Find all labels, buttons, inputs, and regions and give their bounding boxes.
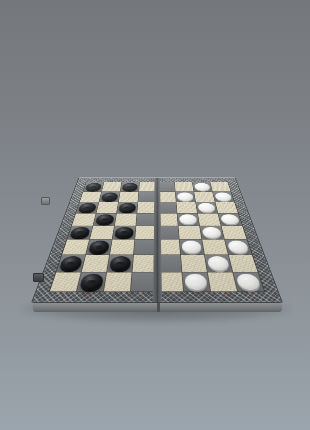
black-checker-a6: ⛂ (78, 203, 97, 212)
square-g7 (194, 192, 214, 202)
square-h6 (216, 202, 238, 213)
square-h7: ⛀ (213, 192, 234, 202)
square-h8 (210, 182, 230, 191)
square-c5 (115, 213, 137, 225)
square-b2 (82, 255, 109, 272)
square-a2: ⛂ (56, 255, 85, 272)
square-f6 (177, 202, 198, 213)
square-c8: ⛂ (120, 182, 139, 191)
square-b4 (90, 226, 114, 239)
square-c2: ⛂ (107, 255, 133, 272)
white-checker-h1: ⛀ (236, 274, 262, 290)
square-h1: ⛀ (233, 273, 264, 292)
white-checker-f3: ⛀ (182, 241, 203, 254)
white-checker-g2: ⛀ (207, 256, 230, 270)
black-checker-b5: ⛂ (95, 214, 114, 224)
board-side-edge (33, 303, 282, 312)
black-checker-c4: ⛂ (114, 227, 133, 238)
black-checker-a8: ⛂ (85, 183, 102, 191)
square-c1 (104, 273, 132, 292)
square-a7 (80, 192, 101, 202)
checkers-board: ⛂⛂⛀⛂⛀⛀⛂⛂⛀⛂⛀⛀⛂⛂⛀⛂⛀⛀⛂⛂⛀⛂⛀⛀ (31, 178, 283, 303)
black-checker-c2: ⛂ (109, 256, 131, 270)
square-f4 (179, 226, 202, 239)
square-g2: ⛀ (205, 255, 232, 272)
square-e5 (157, 213, 178, 225)
white-checker-h7: ⛀ (214, 192, 232, 200)
board-frame: ⛂⛂⛀⛂⛀⛀⛂⛂⛀⛂⛀⛀⛂⛂⛀⛂⛀⛀⛂⛂⛀⛂⛀⛀ (31, 178, 283, 303)
square-e3 (157, 240, 180, 255)
square-f2 (181, 255, 207, 272)
square-b1: ⛂ (77, 273, 106, 292)
square-g3 (203, 240, 228, 255)
square-b3: ⛂ (86, 240, 111, 255)
square-f1: ⛀ (183, 273, 211, 292)
square-a3 (62, 240, 89, 255)
square-h2 (229, 255, 258, 272)
square-f5: ⛀ (178, 213, 200, 225)
white-checker-g6: ⛀ (198, 203, 216, 212)
square-g6: ⛀ (196, 202, 217, 213)
square-e2 (157, 255, 181, 272)
square-g1 (208, 273, 237, 292)
black-checker-c6: ⛂ (118, 203, 135, 212)
black-checker-b3: ⛂ (88, 241, 110, 254)
white-checker-f1: ⛀ (185, 274, 208, 290)
square-b7: ⛂ (99, 192, 119, 202)
square-a5 (72, 213, 96, 225)
white-checker-g8: ⛀ (194, 183, 210, 191)
square-e8 (157, 182, 175, 191)
white-checker-h3: ⛀ (227, 241, 250, 254)
square-f3: ⛀ (180, 240, 204, 255)
frame-red-markings (51, 293, 263, 295)
white-checker-f5: ⛀ (179, 214, 197, 224)
square-f8 (175, 182, 194, 191)
square-c6: ⛂ (117, 202, 138, 213)
square-g5 (198, 213, 221, 225)
black-checker-b1: ⛂ (79, 274, 104, 290)
black-checker-a4: ⛂ (69, 227, 90, 238)
black-checker-a2: ⛂ (59, 256, 83, 270)
square-b8 (102, 182, 121, 191)
square-g8: ⛀ (193, 182, 212, 191)
square-a8: ⛂ (83, 182, 103, 191)
square-e7 (157, 192, 176, 202)
white-checker-h5: ⛀ (220, 214, 240, 224)
square-b6 (96, 202, 117, 213)
square-e6 (157, 202, 177, 213)
latch-clasp-upper (41, 197, 50, 205)
white-checker-f7: ⛀ (177, 192, 194, 200)
square-a4: ⛂ (67, 226, 92, 239)
square-h3: ⛀ (225, 240, 252, 255)
square-f7: ⛀ (176, 192, 196, 202)
square-g4: ⛀ (200, 226, 224, 239)
white-checker-g4: ⛀ (202, 227, 222, 238)
photo-background: ⛂⛂⛀⛂⛀⛀⛂⛂⛀⛂⛀⛀⛂⛂⛀⛂⛀⛀⛂⛂⛀⛂⛀⛀ (0, 0, 310, 430)
square-c3 (110, 240, 134, 255)
square-a6: ⛂ (76, 202, 98, 213)
square-a1 (50, 273, 81, 292)
black-checker-c8: ⛂ (122, 183, 138, 191)
square-b5: ⛂ (93, 213, 116, 225)
square-c4: ⛂ (112, 226, 135, 239)
latch-clasp-lower (33, 273, 44, 282)
square-c7 (119, 192, 139, 202)
black-checker-b7: ⛂ (101, 192, 118, 200)
square-e1 (157, 273, 183, 292)
square-h5: ⛀ (218, 213, 242, 225)
square-e4 (157, 226, 179, 239)
square-h4 (222, 226, 247, 239)
